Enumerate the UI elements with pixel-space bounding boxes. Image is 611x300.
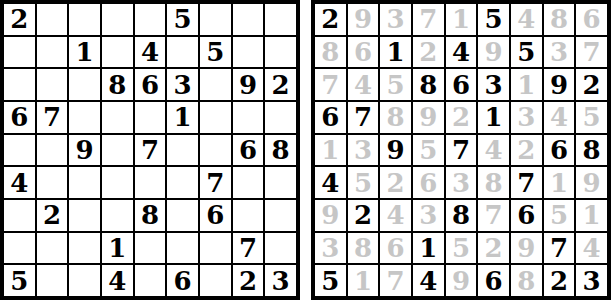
puzzle-cell-r7c2[interactable]: 2 [37, 200, 68, 231]
solution-cell-r7c5: 8 [446, 200, 477, 231]
solution-cell-r8c3: 6 [380, 233, 411, 264]
solution-cell-r5c1: 1 [315, 135, 346, 166]
puzzle-cell-r4c4[interactable] [102, 102, 133, 133]
solution-cell-r6c1: 4 [315, 167, 346, 198]
puzzle-cell-r8c8[interactable]: 7 [233, 233, 264, 264]
puzzle-cell-r6c7[interactable]: 7 [200, 167, 231, 198]
puzzle-cell-r5c7[interactable] [200, 135, 231, 166]
puzzle-cell-r1c4[interactable] [102, 4, 133, 35]
puzzle-cell-r3c7[interactable] [200, 69, 231, 100]
puzzle-cell-r2c5[interactable]: 4 [135, 37, 166, 68]
solution-grid: 2937154868612495377458631926789213451395… [311, 0, 611, 300]
solution-cell-r8c4: 1 [413, 233, 444, 264]
solution-cell-r1c2: 9 [348, 4, 379, 35]
solution-cell-r6c5: 3 [446, 167, 477, 198]
solution-cell-r2c9: 7 [576, 37, 607, 68]
solution-cell-r1c3: 3 [380, 4, 411, 35]
solution-cell-r9c3: 7 [380, 265, 411, 296]
puzzle-cell-r7c8[interactable] [233, 200, 264, 231]
solution-cell-r6c3: 2 [380, 167, 411, 198]
puzzle-cell-r4c7[interactable] [200, 102, 231, 133]
solution-cell-r4c5: 2 [446, 102, 477, 133]
solution-cell-r8c1: 3 [315, 233, 346, 264]
solution-cell-r5c5: 7 [446, 135, 477, 166]
puzzle-cell-r2c9[interactable] [265, 37, 296, 68]
solution-cell-r8c6: 2 [478, 233, 509, 264]
solution-cell-r9c9: 3 [576, 265, 607, 296]
solution-cell-r4c1: 6 [315, 102, 346, 133]
puzzle-cell-r7c1[interactable] [4, 200, 35, 231]
puzzle-cell-r9c1[interactable]: 5 [4, 265, 35, 296]
puzzle-cell-r4c3[interactable] [69, 102, 100, 133]
puzzle-cell-r6c3[interactable] [69, 167, 100, 198]
puzzle-cell-r1c6[interactable]: 5 [167, 4, 198, 35]
puzzle-cell-r9c2[interactable] [37, 265, 68, 296]
solution-cell-r4c2: 7 [348, 102, 379, 133]
solution-cell-r2c1: 8 [315, 37, 346, 68]
solution-cell-r6c4: 6 [413, 167, 444, 198]
solution-cell-r4c6: 1 [478, 102, 509, 133]
puzzle-cell-r2c6[interactable] [167, 37, 198, 68]
puzzle-cell-r1c7[interactable] [200, 4, 231, 35]
puzzle-cell-r9c3[interactable] [69, 265, 100, 296]
puzzle-cell-r7c5[interactable]: 8 [135, 200, 166, 231]
solution-cell-r7c6: 7 [478, 200, 509, 231]
puzzle-cell-r8c9[interactable] [265, 233, 296, 264]
solution-cell-r2c5: 4 [446, 37, 477, 68]
solution-cell-r9c5: 9 [446, 265, 477, 296]
puzzle-cell-r5c3[interactable]: 9 [69, 135, 100, 166]
puzzle-cell-r5c1[interactable] [4, 135, 35, 166]
solution-cell-r1c1: 2 [315, 4, 346, 35]
solution-cell-r4c7: 3 [511, 102, 542, 133]
puzzle-cell-r3c4[interactable]: 8 [102, 69, 133, 100]
solution-cell-r1c8: 8 [544, 4, 575, 35]
puzzle-cell-r8c6[interactable] [167, 233, 198, 264]
solution-cell-r9c4: 4 [413, 265, 444, 296]
puzzle-cell-r1c5[interactable] [135, 4, 166, 35]
puzzle-cell-r4c6[interactable]: 1 [167, 102, 198, 133]
puzzle-cell-r4c2[interactable]: 7 [37, 102, 68, 133]
solution-cell-r2c8: 3 [544, 37, 575, 68]
solution-cell-r3c1: 7 [315, 69, 346, 100]
puzzle-cell-r7c4[interactable] [102, 200, 133, 231]
solution-cell-r2c2: 6 [348, 37, 379, 68]
solution-cell-r8c9: 4 [576, 233, 607, 264]
puzzle-cell-r1c3[interactable] [69, 4, 100, 35]
puzzle-cell-r2c7[interactable]: 5 [200, 37, 231, 68]
solution-cell-r8c2: 8 [348, 233, 379, 264]
solution-cell-r5c9: 8 [576, 135, 607, 166]
puzzle-cell-r7c7[interactable]: 6 [200, 200, 231, 231]
puzzle-cell-r6c6[interactable] [167, 167, 198, 198]
solution-cell-r7c1: 9 [315, 200, 346, 231]
solution-cell-r5c6: 4 [478, 135, 509, 166]
solution-cell-r5c8: 6 [544, 135, 575, 166]
solution-cell-r1c9: 6 [576, 4, 607, 35]
puzzle-cell-r6c4[interactable] [102, 167, 133, 198]
solution-cell-r5c3: 9 [380, 135, 411, 166]
puzzle-cell-r8c1[interactable] [4, 233, 35, 264]
puzzle-cell-r3c3[interactable] [69, 69, 100, 100]
puzzle-cell-r5c2[interactable] [37, 135, 68, 166]
puzzle-cell-r2c1[interactable] [4, 37, 35, 68]
solution-cell-r3c3: 5 [380, 69, 411, 100]
puzzle-grid: 25145863926719768472861754623 [0, 0, 300, 300]
puzzle-cell-r9c7[interactable] [200, 265, 231, 296]
solution-cell-r2c7: 5 [511, 37, 542, 68]
solution-cell-r4c8: 4 [544, 102, 575, 133]
puzzle-cell-r3c1[interactable] [4, 69, 35, 100]
solution-cell-r3c9: 2 [576, 69, 607, 100]
puzzle-cell-r8c2[interactable] [37, 233, 68, 264]
solution-cell-r3c5: 6 [446, 69, 477, 100]
puzzle-cell-r1c2[interactable] [37, 4, 68, 35]
solution-cell-r1c4: 7 [413, 4, 444, 35]
solution-cell-r7c8: 5 [544, 200, 575, 231]
solution-cell-r6c8: 1 [544, 167, 575, 198]
puzzle-cell-r9c4[interactable]: 4 [102, 265, 133, 296]
solution-cell-r9c1: 5 [315, 265, 346, 296]
solution-cell-r2c4: 2 [413, 37, 444, 68]
solution-cell-r9c2: 1 [348, 265, 379, 296]
puzzle-cell-r7c6[interactable] [167, 200, 198, 231]
solution-cell-r3c8: 9 [544, 69, 575, 100]
sudoku-diagram: 25145863926719768472861754623 2937154868… [0, 0, 611, 300]
puzzle-cell-r6c9[interactable] [265, 167, 296, 198]
puzzle-cell-r6c2[interactable] [37, 167, 68, 198]
puzzle-cell-r2c4[interactable] [102, 37, 133, 68]
puzzle-cell-r6c8[interactable] [233, 167, 264, 198]
puzzle-cell-r3c5[interactable]: 6 [135, 69, 166, 100]
puzzle-cell-r2c2[interactable] [37, 37, 68, 68]
puzzle-cell-r8c7[interactable] [200, 233, 231, 264]
puzzle-cell-r2c8[interactable] [233, 37, 264, 68]
solution-cell-r6c9: 9 [576, 167, 607, 198]
solution-cell-r8c5: 5 [446, 233, 477, 264]
puzzle-cell-r1c1[interactable]: 2 [4, 4, 35, 35]
puzzle-cell-r8c5[interactable] [135, 233, 166, 264]
solution-cell-r4c9: 5 [576, 102, 607, 133]
puzzle-cell-r3c8[interactable]: 9 [233, 69, 264, 100]
puzzle-cell-r6c1[interactable]: 4 [4, 167, 35, 198]
solution-cell-r9c8: 2 [544, 265, 575, 296]
puzzle-cell-r4c8[interactable] [233, 102, 264, 133]
puzzle-cell-r7c3[interactable] [69, 200, 100, 231]
puzzle-cell-r9c8[interactable]: 2 [233, 265, 264, 296]
puzzle-cell-r4c1[interactable]: 6 [4, 102, 35, 133]
solution-cell-r6c2: 5 [348, 167, 379, 198]
solution-cell-r9c7: 8 [511, 265, 542, 296]
solution-cell-r3c6: 3 [478, 69, 509, 100]
solution-cell-r3c4: 8 [413, 69, 444, 100]
solution-cell-r7c2: 2 [348, 200, 379, 231]
solution-cell-r7c9: 1 [576, 200, 607, 231]
solution-cell-r1c6: 5 [478, 4, 509, 35]
puzzle-cell-r5c4[interactable] [102, 135, 133, 166]
solution-cell-r7c4: 3 [413, 200, 444, 231]
puzzle-cell-r4c5[interactable] [135, 102, 166, 133]
puzzle-cell-r4c9[interactable] [265, 102, 296, 133]
solution-cell-r6c7: 7 [511, 167, 542, 198]
puzzle-cell-r5c6[interactable] [167, 135, 198, 166]
puzzle-cell-r8c3[interactable] [69, 233, 100, 264]
solution-cell-r9c6: 6 [478, 265, 509, 296]
puzzle-cell-r3c2[interactable] [37, 69, 68, 100]
puzzle-cell-r5c5[interactable]: 7 [135, 135, 166, 166]
solution-cell-r2c3: 1 [380, 37, 411, 68]
solution-cell-r7c3: 4 [380, 200, 411, 231]
puzzle-cell-r9c6[interactable]: 6 [167, 265, 198, 296]
puzzle-cell-r3c6[interactable]: 3 [167, 69, 198, 100]
solution-cell-r6c6: 8 [478, 167, 509, 198]
solution-cell-r5c4: 5 [413, 135, 444, 166]
solution-cell-r5c2: 3 [348, 135, 379, 166]
puzzle-cell-r9c5[interactable] [135, 265, 166, 296]
solution-cell-r1c5: 1 [446, 4, 477, 35]
solution-cell-r5c7: 2 [511, 135, 542, 166]
solution-cell-r3c7: 1 [511, 69, 542, 100]
puzzle-cell-r9c9[interactable]: 3 [265, 265, 296, 296]
solution-cell-r1c7: 4 [511, 4, 542, 35]
solution-cell-r3c2: 4 [348, 69, 379, 100]
solution-cell-r4c4: 9 [413, 102, 444, 133]
solution-cell-r8c8: 7 [544, 233, 575, 264]
solution-cell-r2c6: 9 [478, 37, 509, 68]
solution-cell-r7c7: 6 [511, 200, 542, 231]
puzzle-cell-r1c9[interactable] [265, 4, 296, 35]
solution-cell-r4c3: 8 [380, 102, 411, 133]
solution-cell-r8c7: 9 [511, 233, 542, 264]
puzzle-cell-r8c4[interactable]: 1 [102, 233, 133, 264]
puzzle-cell-r5c9[interactable]: 8 [265, 135, 296, 166]
puzzle-cell-r3c9[interactable]: 2 [265, 69, 296, 100]
puzzle-cell-r2c3[interactable]: 1 [69, 37, 100, 68]
puzzle-cell-r5c8[interactable]: 6 [233, 135, 264, 166]
puzzle-cell-r1c8[interactable] [233, 4, 264, 35]
puzzle-cell-r7c9[interactable] [265, 200, 296, 231]
puzzle-cell-r6c5[interactable] [135, 167, 166, 198]
